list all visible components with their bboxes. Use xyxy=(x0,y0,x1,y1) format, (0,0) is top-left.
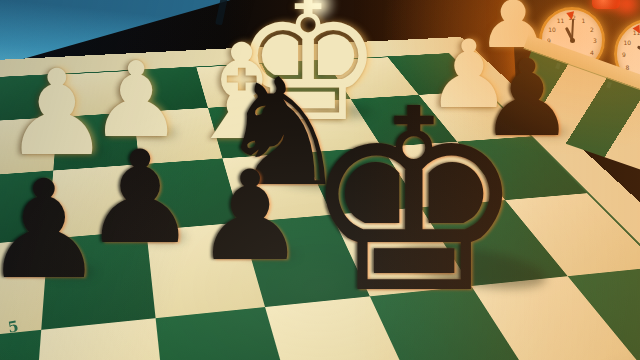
dial-number: 1 xyxy=(582,17,586,24)
dial-number: 10 xyxy=(624,38,632,45)
piece-black-pawn-e4[interactable]: ♟ xyxy=(194,154,305,278)
piece-black-pawn-h4[interactable]: ♟ xyxy=(0,162,105,298)
clock-flag xyxy=(566,11,575,20)
dial-number: 3 xyxy=(593,37,597,44)
dial-number: 9 xyxy=(622,51,626,58)
dial-number: 11 xyxy=(557,17,565,24)
dial-number: 2 xyxy=(590,25,594,32)
square-g5[interactable] xyxy=(0,330,41,360)
dial-number: 4 xyxy=(590,48,594,55)
dial-number: 10 xyxy=(548,25,556,32)
chess-photo-scene: 123456789101112123456789101112 ♟ 5 ♟♟♝♚♟… xyxy=(0,0,640,360)
piece-black-king-d5[interactable]: ♚ xyxy=(301,76,527,328)
